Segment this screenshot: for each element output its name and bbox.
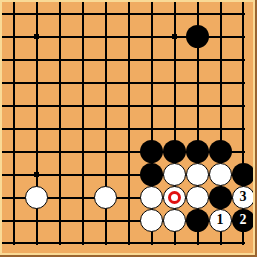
black-stone xyxy=(163,140,186,163)
grid-line-vertical xyxy=(105,2,107,245)
grid-line-horizontal xyxy=(2,242,245,244)
white-stone xyxy=(186,186,209,209)
frame-right xyxy=(255,0,257,257)
star-point xyxy=(34,34,39,39)
white-stone xyxy=(163,186,186,209)
black-stone xyxy=(186,209,209,232)
black-stone xyxy=(209,186,232,209)
white-stone xyxy=(94,186,117,209)
frame-top xyxy=(0,0,257,2)
white-stone: 3 xyxy=(232,186,255,209)
grid-line-vertical xyxy=(128,2,130,245)
grid-line-horizontal xyxy=(2,128,245,130)
grid-line-horizontal xyxy=(2,59,245,61)
white-stone xyxy=(209,163,232,186)
black-stone xyxy=(209,140,232,163)
grid-line-horizontal xyxy=(2,13,245,15)
frame-left xyxy=(0,0,2,257)
white-stone: 1 xyxy=(209,209,232,232)
grid-line-horizontal xyxy=(2,105,245,107)
white-stone xyxy=(25,186,48,209)
black-stone xyxy=(140,140,163,163)
black-stone xyxy=(186,25,209,48)
star-point xyxy=(172,34,177,39)
black-stone: 2 xyxy=(232,209,255,232)
grid-line-vertical xyxy=(13,2,15,245)
black-stone xyxy=(232,163,255,186)
black-stone xyxy=(140,163,163,186)
star-point xyxy=(34,172,39,177)
white-stone xyxy=(186,163,209,186)
white-stone xyxy=(163,163,186,186)
red-circle-marker xyxy=(168,191,181,204)
grid-line-horizontal xyxy=(2,82,245,84)
go-board-diagram: 312 xyxy=(0,0,257,257)
grid-line-vertical xyxy=(82,2,84,245)
black-stone xyxy=(186,140,209,163)
white-stone xyxy=(140,186,163,209)
grid-line-vertical xyxy=(59,2,61,245)
white-stone xyxy=(163,209,186,232)
white-stone xyxy=(140,209,163,232)
